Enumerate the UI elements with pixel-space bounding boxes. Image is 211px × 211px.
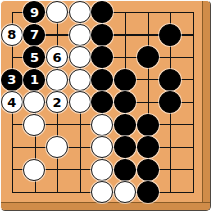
white-stone-move-4[interactable]: 4 — [1, 91, 23, 113]
white-stone[interactable] — [69, 1, 91, 23]
board-point[interactable] — [114, 1, 137, 24]
board-point[interactable] — [136, 69, 159, 92]
board-point[interactable] — [159, 181, 182, 204]
board-point[interactable] — [46, 159, 69, 182]
black-stone-move-5[interactable]: 5 — [23, 46, 45, 68]
black-stone[interactable] — [91, 91, 113, 113]
move-number-label: 5 — [30, 51, 39, 64]
white-stone[interactable] — [69, 24, 91, 46]
black-stone[interactable] — [114, 69, 136, 91]
go-board[interactable]: 987563142 — [0, 0, 211, 211]
board-point[interactable] — [114, 69, 137, 92]
black-stone[interactable] — [137, 136, 159, 158]
black-stone[interactable] — [137, 46, 159, 68]
board-point[interactable] — [182, 1, 205, 24]
white-stone[interactable] — [91, 136, 113, 158]
board-point[interactable] — [136, 46, 159, 69]
white-stone-move-8[interactable]: 8 — [1, 24, 23, 46]
board-point[interactable] — [68, 114, 91, 137]
black-stone[interactable] — [114, 136, 136, 158]
board-point[interactable] — [136, 114, 159, 137]
board-point[interactable] — [23, 181, 46, 204]
white-stone[interactable] — [69, 69, 91, 91]
board-point[interactable] — [1, 159, 24, 182]
white-stone[interactable] — [91, 159, 113, 181]
board-point[interactable] — [182, 181, 205, 204]
move-number-label: 2 — [53, 96, 62, 109]
board-point[interactable] — [136, 91, 159, 114]
board-point[interactable] — [114, 159, 137, 182]
board-point[interactable] — [182, 114, 205, 137]
board-point[interactable] — [159, 69, 182, 92]
board-point[interactable] — [182, 69, 205, 92]
board-point[interactable]: 3 — [1, 69, 24, 92]
move-number-label: 6 — [53, 51, 62, 64]
black-stone[interactable] — [159, 24, 181, 46]
board-point[interactable] — [68, 69, 91, 92]
board-point[interactable] — [159, 114, 182, 137]
black-stone[interactable] — [159, 91, 181, 113]
board-point[interactable] — [91, 91, 114, 114]
board-point[interactable] — [46, 24, 69, 47]
black-stone[interactable] — [137, 159, 159, 181]
board-point[interactable] — [1, 1, 24, 24]
white-stone[interactable] — [91, 114, 113, 136]
board-point[interactable]: 4 — [1, 91, 24, 114]
black-stone[interactable] — [91, 24, 113, 46]
board-point[interactable] — [1, 136, 24, 159]
board-point[interactable]: 7 — [23, 24, 46, 47]
board-point[interactable] — [1, 46, 24, 69]
board-point[interactable] — [136, 136, 159, 159]
board-point[interactable] — [68, 24, 91, 47]
board-point[interactable] — [159, 1, 182, 24]
white-stone[interactable] — [23, 114, 45, 136]
white-stone-move-2[interactable]: 2 — [46, 91, 68, 113]
stones-layer: 987563142 — [1, 1, 205, 204]
board-point[interactable] — [182, 136, 205, 159]
board-point[interactable] — [68, 159, 91, 182]
black-stone-move-3[interactable]: 3 — [1, 69, 23, 91]
white-stone[interactable] — [69, 91, 91, 113]
board-point[interactable]: 8 — [1, 24, 24, 47]
black-stone[interactable] — [159, 69, 181, 91]
board-point[interactable] — [114, 114, 137, 137]
board-point[interactable] — [91, 24, 114, 47]
board-point[interactable] — [91, 46, 114, 69]
move-number-label: 3 — [7, 73, 16, 86]
board-point[interactable] — [159, 136, 182, 159]
board-point[interactable] — [114, 136, 137, 159]
board-point[interactable] — [68, 136, 91, 159]
black-stone[interactable] — [114, 114, 136, 136]
white-stone[interactable] — [114, 181, 136, 203]
board-point[interactable]: 2 — [46, 91, 69, 114]
black-stone-move-1[interactable]: 1 — [23, 69, 45, 91]
board-point[interactable] — [23, 114, 46, 137]
board-point[interactable] — [114, 181, 137, 204]
board-point[interactable] — [182, 91, 205, 114]
black-stone[interactable] — [91, 69, 113, 91]
board-point[interactable] — [136, 24, 159, 47]
board-point[interactable] — [136, 181, 159, 204]
black-stone[interactable] — [91, 1, 113, 23]
white-stone[interactable] — [23, 159, 45, 181]
board-point[interactable] — [182, 24, 205, 47]
board-point[interactable] — [23, 159, 46, 182]
board-point[interactable] — [114, 24, 137, 47]
board-point[interactable] — [1, 114, 24, 137]
board-point[interactable] — [91, 181, 114, 204]
board-point[interactable]: 1 — [23, 69, 46, 92]
board-point[interactable] — [136, 1, 159, 24]
move-number-label: 1 — [30, 73, 39, 86]
move-number-label: 4 — [7, 96, 16, 109]
board-point[interactable] — [136, 159, 159, 182]
board-point[interactable] — [114, 91, 137, 114]
board-point[interactable]: 5 — [23, 46, 46, 69]
white-stone[interactable] — [69, 46, 91, 68]
board-point[interactable] — [68, 1, 91, 24]
white-stone[interactable] — [46, 136, 68, 158]
board-point[interactable] — [159, 159, 182, 182]
white-stone[interactable] — [91, 181, 113, 203]
black-stone[interactable] — [137, 114, 159, 136]
white-stone[interactable] — [46, 1, 68, 23]
board-point[interactable] — [114, 46, 137, 69]
board-point[interactable] — [1, 181, 24, 204]
board-point[interactable] — [91, 114, 114, 137]
move-number-label: 7 — [30, 28, 39, 41]
board-point[interactable] — [182, 46, 205, 69]
board-point[interactable] — [91, 1, 114, 24]
board-point[interactable] — [46, 1, 69, 24]
board-point[interactable] — [91, 69, 114, 92]
board-point[interactable] — [46, 69, 69, 92]
black-stone[interactable] — [137, 181, 159, 203]
black-stone[interactable] — [91, 46, 113, 68]
black-stone[interactable] — [114, 159, 136, 181]
white-stone[interactable] — [23, 91, 45, 113]
board-point[interactable] — [182, 159, 205, 182]
board-point[interactable] — [159, 24, 182, 47]
board-point[interactable] — [23, 136, 46, 159]
white-stone-move-6[interactable]: 6 — [46, 46, 68, 68]
board-point[interactable] — [46, 136, 69, 159]
board-point[interactable] — [68, 46, 91, 69]
white-stone[interactable] — [46, 69, 68, 91]
black-stone-move-9[interactable]: 9 — [23, 1, 45, 23]
board-point[interactable] — [91, 136, 114, 159]
board-point[interactable] — [159, 91, 182, 114]
board-point[interactable] — [23, 91, 46, 114]
move-number-label: 8 — [7, 28, 16, 41]
board-point[interactable]: 9 — [23, 1, 46, 24]
board-point[interactable] — [46, 114, 69, 137]
go-diagram: 987563142 — [0, 0, 211, 211]
board-point[interactable] — [91, 159, 114, 182]
board-point[interactable] — [159, 46, 182, 69]
move-number-label: 9 — [30, 6, 39, 19]
black-stone[interactable] — [114, 91, 136, 113]
board-point[interactable] — [68, 181, 91, 204]
board-point[interactable] — [68, 91, 91, 114]
black-stone-move-7[interactable]: 7 — [23, 24, 45, 46]
board-point[interactable]: 6 — [46, 46, 69, 69]
board-point[interactable] — [46, 181, 69, 204]
